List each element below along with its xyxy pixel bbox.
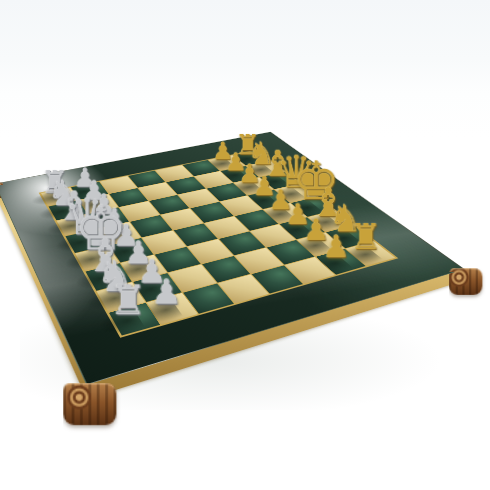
piece-silver-pawn: ♟ <box>147 276 186 310</box>
piece-silver-rook: ♜ <box>108 279 148 320</box>
square-e5 <box>205 216 249 238</box>
product-photo: ♜♞♝♛♚♝♞♜♟♟♟♟♟♟♟♟♟♟♟♟♟♟♟♟♜♞♝♛♚♝♞♜ <box>0 0 490 490</box>
board-foot-near-corner <box>63 383 116 425</box>
piece-gold-pawn: ♟ <box>318 232 353 263</box>
